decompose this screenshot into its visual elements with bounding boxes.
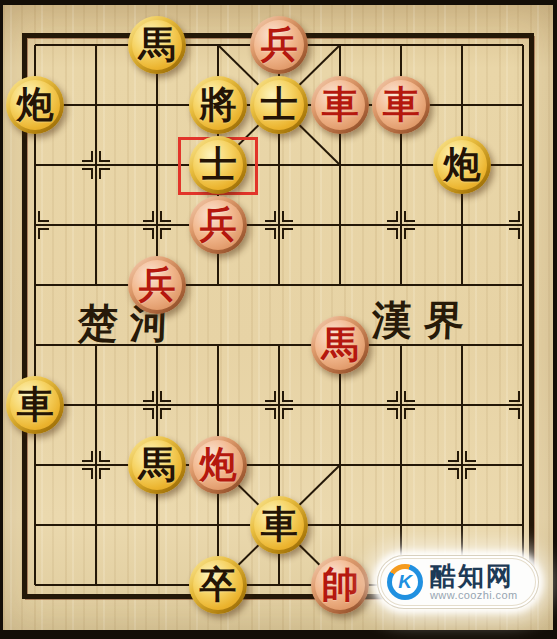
piece-character: 馬 — [139, 26, 176, 63]
piece-character: 將 — [200, 86, 237, 123]
piece-character: 帥 — [322, 566, 359, 603]
piece-black-chariot[interactable]: 車 — [250, 496, 308, 554]
piece-character: 炮 — [200, 446, 237, 483]
piece-black-advisor[interactable]: 士 — [250, 76, 308, 134]
piece-red-soldier[interactable]: 兵 — [189, 196, 247, 254]
piece-character: 車 — [17, 386, 54, 423]
piece-black-soldier[interactable]: 卒 — [189, 556, 247, 614]
screenshot-root: 楚河 漢界 馬兵炮將士車車士炮兵兵馬車馬炮車卒帥 K 酷知网 www.coozh… — [0, 0, 557, 639]
piece-character: 車 — [322, 86, 359, 123]
piece-black-horse[interactable]: 馬 — [128, 436, 186, 494]
piece-red-soldier[interactable]: 兵 — [128, 256, 186, 314]
piece-black-cannon[interactable]: 炮 — [433, 136, 491, 194]
watermark-site-name: 酷知网 — [430, 563, 518, 590]
coozhi-watermark: K 酷知网 www.coozhi.com — [377, 555, 539, 609]
piece-character: 馬 — [139, 446, 176, 483]
piece-character: 兵 — [200, 206, 237, 243]
piece-black-cannon[interactable]: 炮 — [6, 76, 64, 134]
piece-red-chariot[interactable]: 車 — [311, 76, 369, 134]
piece-character: 炮 — [444, 146, 481, 183]
piece-red-general[interactable]: 帥 — [311, 556, 369, 614]
piece-red-chariot[interactable]: 車 — [372, 76, 430, 134]
watermark-site-url: www.coozhi.com — [430, 590, 518, 602]
river-label-right: 漢界 — [371, 293, 477, 348]
piece-character: 車 — [383, 86, 420, 123]
piece-character: 兵 — [261, 26, 298, 63]
coozhi-logo-icon: K — [387, 564, 423, 600]
piece-red-cannon[interactable]: 炮 — [189, 436, 247, 494]
piece-character: 炮 — [17, 86, 54, 123]
piece-character: 士 — [200, 146, 237, 183]
piece-red-horse[interactable]: 馬 — [311, 316, 369, 374]
coozhi-logo-letter: K — [387, 564, 423, 600]
piece-character: 卒 — [200, 566, 237, 603]
piece-black-general[interactable]: 將 — [189, 76, 247, 134]
piece-black-chariot[interactable]: 車 — [6, 376, 64, 434]
piece-character: 車 — [261, 506, 298, 543]
piece-black-advisor[interactable]: 士 — [189, 136, 247, 194]
piece-black-horse[interactable]: 馬 — [128, 16, 186, 74]
piece-red-soldier[interactable]: 兵 — [250, 16, 308, 74]
piece-character: 兵 — [139, 266, 176, 303]
piece-character: 馬 — [322, 326, 359, 363]
piece-character: 士 — [261, 86, 298, 123]
